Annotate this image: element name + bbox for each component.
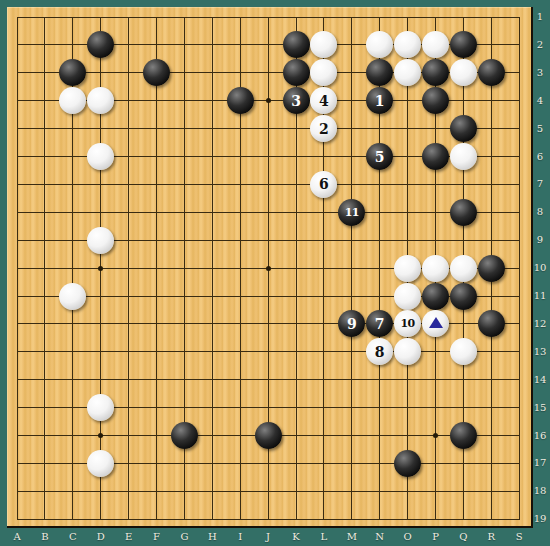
move-number: 7	[375, 317, 385, 331]
stone-black-m8[interactable]: 11	[338, 199, 365, 226]
move-number: 5	[375, 150, 385, 164]
board-frame: 3412561197108 ABCDEFGHIJKLMNOPQRS1234567…	[0, 0, 550, 546]
stone-black-q5[interactable]	[450, 115, 477, 142]
stone-black-q16[interactable]	[450, 422, 477, 449]
stone-black-k4[interactable]: 3	[283, 87, 310, 114]
stone-white-d9[interactable]	[87, 227, 114, 254]
stone-white-q10[interactable]	[450, 255, 477, 282]
col-label-d: D	[97, 532, 105, 542]
stone-white-d6[interactable]	[87, 143, 114, 170]
stone-black-r10[interactable]	[478, 255, 505, 282]
move-number: 9	[347, 317, 357, 331]
row-label-2: 2	[537, 40, 543, 50]
row-label-17: 17	[534, 458, 547, 468]
stone-black-q11[interactable]	[450, 283, 477, 310]
row-label-15: 15	[534, 403, 547, 413]
triangle-marker-icon	[429, 317, 443, 328]
stone-black-o17[interactable]	[394, 450, 421, 477]
row-label-18: 18	[534, 486, 547, 496]
row-label-19: 19	[534, 514, 547, 524]
row-label-7: 7	[537, 179, 543, 189]
col-label-m: M	[347, 532, 357, 542]
col-label-p: P	[432, 532, 439, 542]
row-label-3: 3	[537, 68, 543, 78]
row-label-13: 13	[534, 347, 547, 357]
stone-black-g16[interactable]	[171, 422, 198, 449]
row-label-1: 1	[537, 12, 543, 22]
move-number: 1	[375, 94, 385, 108]
move-number: 4	[319, 94, 329, 108]
stone-white-q3[interactable]	[450, 59, 477, 86]
row-label-8: 8	[537, 207, 543, 217]
col-label-k: K	[292, 532, 299, 542]
stone-white-c11[interactable]	[59, 283, 86, 310]
stone-white-q13[interactable]	[450, 338, 477, 365]
stone-black-r3[interactable]	[478, 59, 505, 86]
stone-black-p11[interactable]	[422, 283, 449, 310]
col-label-h: H	[208, 532, 217, 542]
stone-black-p6[interactable]	[422, 143, 449, 170]
col-label-a: A	[13, 532, 20, 542]
row-label-16: 16	[534, 431, 547, 441]
col-label-i: I	[238, 532, 242, 542]
row-label-4: 4	[537, 96, 543, 106]
stone-white-p10[interactable]	[422, 255, 449, 282]
move-number: 6	[319, 177, 329, 191]
row-label-12: 12	[534, 319, 547, 329]
col-label-s: S	[516, 532, 523, 542]
col-label-n: N	[375, 532, 384, 542]
stone-white-o10[interactable]	[394, 255, 421, 282]
row-label-11: 11	[534, 291, 547, 301]
move-number: 2	[319, 122, 329, 136]
stone-black-k2[interactable]	[283, 31, 310, 58]
stone-white-o11[interactable]	[394, 283, 421, 310]
col-label-e: E	[125, 532, 132, 542]
col-label-j: J	[266, 532, 270, 542]
row-label-6: 6	[537, 152, 543, 162]
stone-white-d17[interactable]	[87, 450, 114, 477]
move-number: 8	[375, 345, 385, 359]
row-label-10: 10	[534, 263, 547, 273]
col-label-g: G	[180, 532, 188, 542]
move-number: 3	[291, 94, 301, 108]
col-label-f: F	[153, 532, 160, 542]
stone-white-q6[interactable]	[450, 143, 477, 170]
col-label-c: C	[69, 532, 77, 542]
stone-black-p4[interactable]	[422, 87, 449, 114]
row-label-5: 5	[537, 124, 543, 134]
stone-black-i4[interactable]	[227, 87, 254, 114]
stone-black-j16[interactable]	[255, 422, 282, 449]
col-label-q: Q	[459, 532, 467, 542]
row-label-9: 9	[537, 235, 543, 245]
stone-black-r12[interactable]	[478, 310, 505, 337]
move-number: 10	[400, 318, 414, 329]
row-label-14: 14	[534, 375, 547, 385]
stone-black-k3[interactable]	[283, 59, 310, 86]
stone-black-n6[interactable]: 5	[366, 143, 393, 170]
stone-black-q8[interactable]	[450, 199, 477, 226]
col-label-o: O	[403, 532, 411, 542]
col-label-r: R	[488, 532, 496, 542]
col-label-b: B	[41, 532, 48, 542]
col-label-l: L	[321, 532, 328, 542]
move-number: 11	[345, 207, 359, 218]
